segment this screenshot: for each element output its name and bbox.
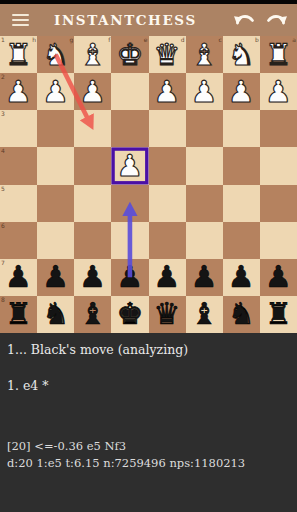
square-c1[interactable]: c♝	[186, 36, 223, 73]
black-knight-b8[interactable]: ♞	[223, 296, 260, 333]
square-f2[interactable]: ♟	[74, 73, 111, 110]
move-status-text: 1... Black's move (analyzing)	[0, 333, 297, 357]
square-b2[interactable]: ♟	[223, 73, 260, 110]
black-pawn-e7[interactable]: ♟	[111, 259, 148, 296]
square-g3[interactable]	[37, 110, 74, 147]
white-pawn-a2[interactable]: ♟	[260, 73, 297, 110]
square-f6[interactable]	[74, 222, 111, 259]
square-g5[interactable]	[37, 185, 74, 222]
square-b5[interactable]	[223, 185, 260, 222]
undo-button[interactable]	[233, 11, 257, 30]
square-a5[interactable]	[260, 185, 297, 222]
chess-board-area: 1h♜g♞f♝e♚d♛c♝b♞a♜2♟♟♟♟♟♟♟34♟567♟♟♟♟♟♟♟♟8…	[0, 36, 297, 333]
square-d6[interactable]	[149, 222, 186, 259]
redo-arrow-icon	[264, 11, 288, 27]
square-a3[interactable]	[260, 110, 297, 147]
square-h2[interactable]: 2♟	[0, 73, 37, 110]
square-e5[interactable]	[111, 185, 148, 222]
square-a1[interactable]: a♜	[260, 36, 297, 73]
black-pawn-h7[interactable]: ♟	[0, 259, 37, 296]
square-g1[interactable]: g♞	[37, 36, 74, 73]
square-g2[interactable]: ♟	[37, 73, 74, 110]
white-queen-d1[interactable]: ♛	[149, 36, 186, 73]
white-pawn-e4[interactable]: ♟	[111, 147, 148, 184]
square-f3[interactable]	[74, 110, 111, 147]
square-c3[interactable]	[186, 110, 223, 147]
square-d4[interactable]	[149, 147, 186, 184]
white-knight-g1[interactable]: ♞	[37, 36, 74, 73]
black-rook-h8[interactable]: ♜	[0, 296, 37, 333]
engine-eval-line: [20] <=-0.36 e5 Nf3	[0, 439, 297, 453]
white-bishop-f1[interactable]: ♝	[74, 36, 111, 73]
black-rook-a8[interactable]: ♜	[260, 296, 297, 333]
square-e2[interactable]	[111, 73, 148, 110]
square-g6[interactable]	[37, 222, 74, 259]
rank-label-3: 3	[1, 111, 5, 117]
square-e8[interactable]: ♚	[111, 296, 148, 333]
rank-label-5: 5	[1, 186, 5, 192]
square-h6[interactable]: 6	[0, 222, 37, 259]
square-d3[interactable]	[149, 110, 186, 147]
white-rook-a1[interactable]: ♜	[260, 36, 297, 73]
square-e1[interactable]: e♚	[111, 36, 148, 73]
square-c4[interactable]	[186, 147, 223, 184]
undo-arrow-icon	[233, 11, 257, 27]
square-b1[interactable]: b♞	[223, 36, 260, 73]
redo-button[interactable]	[264, 11, 288, 30]
square-g4[interactable]	[37, 147, 74, 184]
white-pawn-g2[interactable]: ♟	[37, 73, 74, 110]
black-queen-d8[interactable]: ♛	[149, 296, 186, 333]
square-c5[interactable]	[186, 185, 223, 222]
white-pawn-c2[interactable]: ♟	[186, 73, 223, 110]
square-b3[interactable]	[223, 110, 260, 147]
square-h4[interactable]: 4	[0, 147, 37, 184]
square-a7[interactable]: ♟	[260, 259, 297, 296]
white-pawn-b2[interactable]: ♟	[223, 73, 260, 110]
black-bishop-f8[interactable]: ♝	[74, 296, 111, 333]
square-g8[interactable]: ♞	[37, 296, 74, 333]
square-a6[interactable]	[260, 222, 297, 259]
square-a8[interactable]: ♜	[260, 296, 297, 333]
square-f4[interactable]	[74, 147, 111, 184]
square-d7[interactable]: ♟	[149, 259, 186, 296]
white-rook-h1[interactable]: ♜	[0, 36, 37, 73]
square-c6[interactable]	[186, 222, 223, 259]
hamburger-bar	[12, 14, 29, 16]
instantchess-app: INSTANTCHESS 1h♜g♞f♝e♚d♛c♝b♞a♜2♟♟♟♟♟♟♟34…	[0, 0, 297, 512]
black-pawn-b7[interactable]: ♟	[223, 259, 260, 296]
black-bishop-c8[interactable]: ♝	[186, 296, 223, 333]
app-header: INSTANTCHESS	[0, 4, 297, 36]
square-d1[interactable]: d♛	[149, 36, 186, 73]
square-d8[interactable]: ♛	[149, 296, 186, 333]
square-a2[interactable]: ♟	[260, 73, 297, 110]
square-b4[interactable]	[223, 147, 260, 184]
square-e6[interactable]	[111, 222, 148, 259]
move-list-text: 1. e4 *	[0, 378, 297, 393]
square-c7[interactable]: ♟	[186, 259, 223, 296]
square-f8[interactable]: ♝	[74, 296, 111, 333]
square-h8[interactable]: 8♜	[0, 296, 37, 333]
square-g7[interactable]: ♟	[37, 259, 74, 296]
square-f1[interactable]: f♝	[74, 36, 111, 73]
chess-board[interactable]: 1h♜g♞f♝e♚d♛c♝b♞a♜2♟♟♟♟♟♟♟34♟567♟♟♟♟♟♟♟♟8…	[0, 36, 297, 333]
black-pawn-g7[interactable]: ♟	[37, 259, 74, 296]
analysis-panel: 1... Black's move (analyzing) 1. e4 * [2…	[0, 333, 297, 512]
square-e3[interactable]	[111, 110, 148, 147]
hamburger-bar	[12, 19, 29, 21]
white-pawn-h2[interactable]: ♟	[0, 73, 37, 110]
square-d5[interactable]	[149, 185, 186, 222]
black-pawn-c7[interactable]: ♟	[186, 259, 223, 296]
hamburger-bar	[12, 24, 29, 26]
rank-label-6: 6	[1, 223, 5, 229]
black-king-e8[interactable]: ♚	[111, 296, 148, 333]
square-h1[interactable]: 1h♜	[0, 36, 37, 73]
square-c8[interactable]: ♝	[186, 296, 223, 333]
square-d2[interactable]: ♟	[149, 73, 186, 110]
white-knight-b1[interactable]: ♞	[223, 36, 260, 73]
app-title: INSTANTCHESS	[54, 12, 197, 28]
square-b8[interactable]: ♞	[223, 296, 260, 333]
square-c2[interactable]: ♟	[186, 73, 223, 110]
black-pawn-d7[interactable]: ♟	[149, 259, 186, 296]
square-f7[interactable]: ♟	[74, 259, 111, 296]
white-bishop-c1[interactable]: ♝	[186, 36, 223, 73]
white-pawn-d2[interactable]: ♟	[149, 73, 186, 110]
black-knight-g8[interactable]: ♞	[37, 296, 74, 333]
square-a4[interactable]	[260, 147, 297, 184]
square-e4[interactable]: ♟	[111, 147, 148, 184]
black-pawn-a7[interactable]: ♟	[260, 259, 297, 296]
hamburger-menu-icon[interactable]	[12, 13, 30, 27]
square-e7[interactable]: ♟	[111, 259, 148, 296]
square-h5[interactable]: 5	[0, 185, 37, 222]
white-pawn-f2[interactable]: ♟	[74, 73, 111, 110]
black-pawn-f7[interactable]: ♟	[74, 259, 111, 296]
rank-label-4: 4	[1, 148, 5, 154]
square-b7[interactable]: ♟	[223, 259, 260, 296]
square-f5[interactable]	[74, 185, 111, 222]
engine-stats-line: d:20 1:e5 t:6.15 n:7259496 nps:1180213	[0, 456, 297, 470]
square-b6[interactable]	[223, 222, 260, 259]
white-king-e1[interactable]: ♚	[111, 36, 148, 73]
square-h3[interactable]: 3	[0, 110, 37, 147]
square-h7[interactable]: 7♟	[0, 259, 37, 296]
